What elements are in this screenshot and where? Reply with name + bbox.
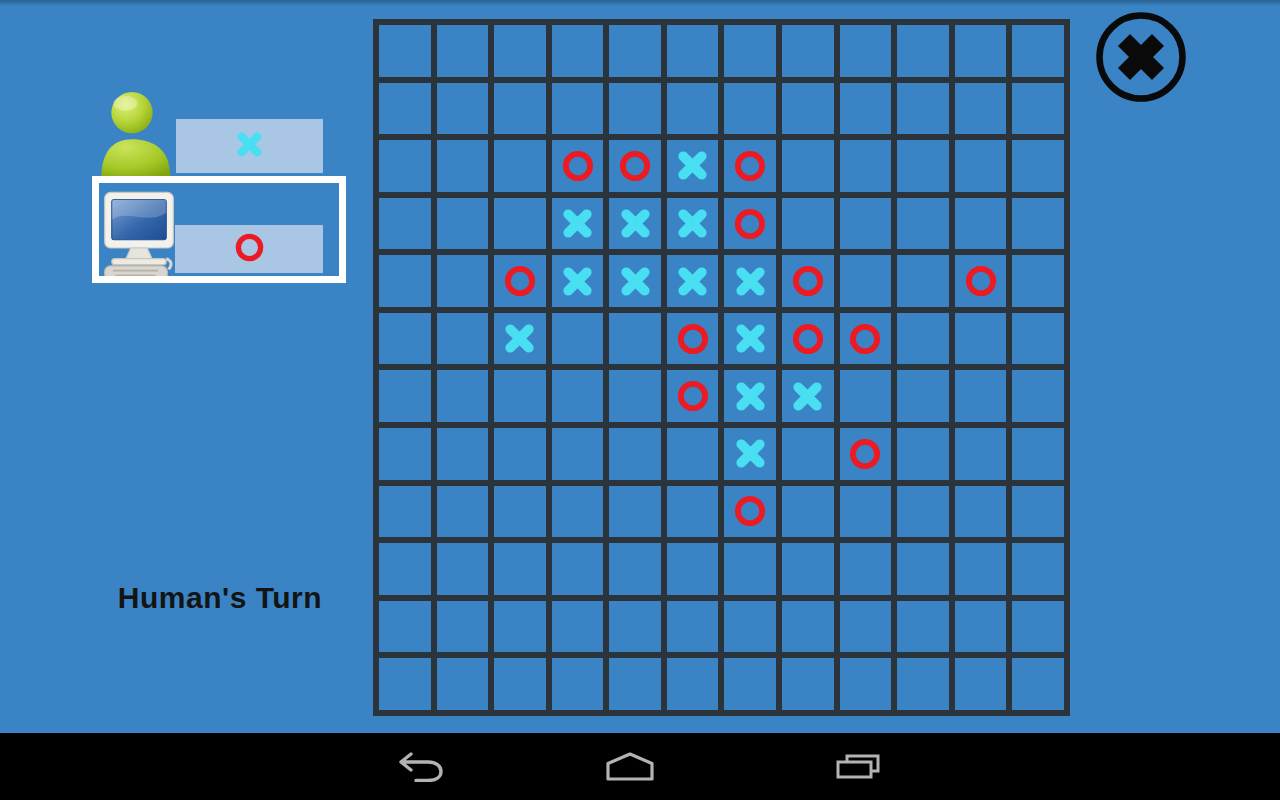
cell-r4c9[interactable] (897, 255, 949, 307)
cell-r11c1[interactable] (437, 658, 489, 710)
x-piece (789, 378, 826, 415)
recents-icon (835, 753, 881, 780)
cell-r4c7[interactable] (782, 255, 834, 307)
cell-r5c5[interactable] (667, 313, 719, 365)
x-piece (732, 263, 769, 300)
cell-r8c7[interactable] (782, 486, 834, 538)
x-piece (674, 147, 711, 184)
cell-r7c2[interactable] (494, 428, 546, 480)
cell-r8c8[interactable] (840, 486, 892, 538)
cell-r0c2[interactable] (494, 25, 546, 77)
cell-r4c3[interactable] (552, 255, 604, 307)
cell-r7c4[interactable] (609, 428, 661, 480)
cell-r4c2[interactable] (494, 255, 546, 307)
computer-player-bar (175, 225, 323, 273)
o-piece (732, 206, 768, 242)
nav-back-button[interactable] (386, 733, 456, 800)
cell-r6c6[interactable] (724, 370, 776, 422)
cell-r7c7[interactable] (782, 428, 834, 480)
cell-r3c7[interactable] (782, 198, 834, 250)
cell-r3c6[interactable] (724, 198, 776, 250)
cell-r1c7[interactable] (782, 83, 834, 135)
cell-r10c11[interactable] (1012, 601, 1064, 653)
cell-r10c4[interactable] (609, 601, 661, 653)
cell-r4c6[interactable] (724, 255, 776, 307)
cell-r8c6[interactable] (724, 486, 776, 538)
cell-r6c5[interactable] (667, 370, 719, 422)
x-piece (559, 263, 596, 300)
cell-r10c0[interactable] (379, 601, 431, 653)
cell-r11c0[interactable] (379, 658, 431, 710)
cell-r10c5[interactable] (667, 601, 719, 653)
cell-r9c6[interactable] (724, 543, 776, 595)
cell-r11c4[interactable] (609, 658, 661, 710)
cell-r6c8[interactable] (840, 370, 892, 422)
cell-r7c0[interactable] (379, 428, 431, 480)
cell-r7c10[interactable] (955, 428, 1007, 480)
cell-r0c3[interactable] (552, 25, 604, 77)
cell-r10c9[interactable] (897, 601, 949, 653)
o-piece (790, 321, 826, 357)
home-icon (605, 752, 655, 781)
x-piece (234, 129, 265, 160)
cell-r10c3[interactable] (552, 601, 604, 653)
o-piece (560, 148, 596, 184)
cell-r4c0[interactable] (379, 255, 431, 307)
cell-r0c6[interactable] (724, 25, 776, 77)
cell-r1c6[interactable] (724, 83, 776, 135)
close-button[interactable] (1094, 10, 1188, 104)
cell-r2c7[interactable] (782, 140, 834, 192)
x-piece (559, 205, 596, 242)
cell-r8c11[interactable] (1012, 486, 1064, 538)
cell-r9c8[interactable] (840, 543, 892, 595)
cell-r5c1[interactable] (437, 313, 489, 365)
cell-r10c7[interactable] (782, 601, 834, 653)
cell-r11c3[interactable] (552, 658, 604, 710)
cell-r7c8[interactable] (840, 428, 892, 480)
cell-r11c6[interactable] (724, 658, 776, 710)
cell-r6c10[interactable] (955, 370, 1007, 422)
cell-r4c10[interactable] (955, 255, 1007, 307)
cell-r9c0[interactable] (379, 543, 431, 595)
cell-r4c4[interactable] (609, 255, 661, 307)
person-icon (96, 90, 176, 178)
cell-r2c10[interactable] (955, 140, 1007, 192)
cell-r6c0[interactable] (379, 370, 431, 422)
cell-r11c7[interactable] (782, 658, 834, 710)
cell-r7c6[interactable] (724, 428, 776, 480)
cell-r5c8[interactable] (840, 313, 892, 365)
cell-r8c5[interactable] (667, 486, 719, 538)
cell-r10c1[interactable] (437, 601, 489, 653)
cell-r11c9[interactable] (897, 658, 949, 710)
cell-r9c2[interactable] (494, 543, 546, 595)
cell-r8c3[interactable] (552, 486, 604, 538)
cell-r9c5[interactable] (667, 543, 719, 595)
cell-r2c11[interactable] (1012, 140, 1064, 192)
cell-r6c9[interactable] (897, 370, 949, 422)
x-piece (732, 320, 769, 357)
x-piece (501, 320, 538, 357)
cell-r9c4[interactable] (609, 543, 661, 595)
cell-r9c10[interactable] (955, 543, 1007, 595)
cell-r3c5[interactable] (667, 198, 719, 250)
o-piece (963, 263, 999, 299)
cell-r1c3[interactable] (552, 83, 604, 135)
cell-r4c11[interactable] (1012, 255, 1064, 307)
cell-r3c4[interactable] (609, 198, 661, 250)
cell-r10c2[interactable] (494, 601, 546, 653)
cell-r3c10[interactable] (955, 198, 1007, 250)
x-piece (674, 205, 711, 242)
o-piece (732, 148, 768, 184)
cell-r2c2[interactable] (494, 140, 546, 192)
cell-r1c9[interactable] (897, 83, 949, 135)
cell-r2c3[interactable] (552, 140, 604, 192)
cell-r5c2[interactable] (494, 313, 546, 365)
cell-r1c0[interactable] (379, 83, 431, 135)
cell-r7c3[interactable] (552, 428, 604, 480)
cell-r0c9[interactable] (897, 25, 949, 77)
computer-icon (100, 190, 178, 280)
cell-r10c6[interactable] (724, 601, 776, 653)
cell-r1c5[interactable] (667, 83, 719, 135)
cell-r11c2[interactable] (494, 658, 546, 710)
nav-recents-button[interactable] (823, 733, 893, 800)
x-piece (732, 435, 769, 472)
x-piece (617, 263, 654, 300)
cell-r4c8[interactable] (840, 255, 892, 307)
o-piece (233, 231, 266, 264)
cell-r1c10[interactable] (955, 83, 1007, 135)
cell-r7c5[interactable] (667, 428, 719, 480)
cell-r8c1[interactable] (437, 486, 489, 538)
cell-r9c1[interactable] (437, 543, 489, 595)
cell-r2c5[interactable] (667, 140, 719, 192)
o-piece (502, 263, 538, 299)
cell-r5c9[interactable] (897, 313, 949, 365)
human-player-bar (176, 119, 323, 173)
cell-r8c2[interactable] (494, 486, 546, 538)
cell-r5c0[interactable] (379, 313, 431, 365)
cell-r8c0[interactable] (379, 486, 431, 538)
x-piece (617, 205, 654, 242)
cell-r8c4[interactable] (609, 486, 661, 538)
cell-r11c11[interactable] (1012, 658, 1064, 710)
cell-r11c10[interactable] (955, 658, 1007, 710)
cell-r5c6[interactable] (724, 313, 776, 365)
cell-r5c3[interactable] (552, 313, 604, 365)
human-symbol (234, 129, 265, 164)
cell-r8c9[interactable] (897, 486, 949, 538)
cell-r2c4[interactable] (609, 140, 661, 192)
cell-r6c11[interactable] (1012, 370, 1064, 422)
o-piece (675, 378, 711, 414)
o-piece (847, 436, 883, 472)
cell-r3c3[interactable] (552, 198, 604, 250)
cell-r0c11[interactable] (1012, 25, 1064, 77)
cell-r6c2[interactable] (494, 370, 546, 422)
cell-r1c11[interactable] (1012, 83, 1064, 135)
cell-r10c10[interactable] (955, 601, 1007, 653)
cell-r3c0[interactable] (379, 198, 431, 250)
cell-r10c8[interactable] (840, 601, 892, 653)
cell-r2c8[interactable] (840, 140, 892, 192)
cell-r5c10[interactable] (955, 313, 1007, 365)
screen-top-shade (0, 0, 1280, 6)
cell-r6c1[interactable] (437, 370, 489, 422)
cell-r3c11[interactable] (1012, 198, 1064, 250)
cell-r2c0[interactable] (379, 140, 431, 192)
computer-symbol (233, 231, 266, 268)
cell-r9c3[interactable] (552, 543, 604, 595)
cell-r9c11[interactable] (1012, 543, 1064, 595)
cell-r0c10[interactable] (955, 25, 1007, 77)
cell-r6c7[interactable] (782, 370, 834, 422)
cell-r7c11[interactable] (1012, 428, 1064, 480)
cell-r6c4[interactable] (609, 370, 661, 422)
cell-r5c7[interactable] (782, 313, 834, 365)
o-piece (790, 263, 826, 299)
o-piece (617, 148, 653, 184)
cell-r2c9[interactable] (897, 140, 949, 192)
cell-r2c1[interactable] (437, 140, 489, 192)
cell-r4c5[interactable] (667, 255, 719, 307)
cell-r11c5[interactable] (667, 658, 719, 710)
cell-r5c4[interactable] (609, 313, 661, 365)
board (373, 19, 1070, 716)
turn-status-label: Human's Turn (70, 581, 370, 615)
cell-r1c8[interactable] (840, 83, 892, 135)
o-piece (732, 493, 768, 529)
back-icon (396, 752, 446, 782)
o-piece (675, 321, 711, 357)
cell-r1c1[interactable] (437, 83, 489, 135)
o-piece (847, 321, 883, 357)
cell-r1c4[interactable] (609, 83, 661, 135)
cell-r3c8[interactable] (840, 198, 892, 250)
x-piece (674, 263, 711, 300)
cell-r0c8[interactable] (840, 25, 892, 77)
nav-home-button[interactable] (595, 733, 665, 800)
cell-r5c11[interactable] (1012, 313, 1064, 365)
cell-r2c6[interactable] (724, 140, 776, 192)
cell-r1c2[interactable] (494, 83, 546, 135)
close-icon (1100, 16, 1183, 99)
cell-r9c9[interactable] (897, 543, 949, 595)
cell-r6c3[interactable] (552, 370, 604, 422)
cell-r7c9[interactable] (897, 428, 949, 480)
cell-r3c9[interactable] (897, 198, 949, 250)
cell-r4c1[interactable] (437, 255, 489, 307)
cell-r7c1[interactable] (437, 428, 489, 480)
x-piece (732, 378, 769, 415)
cell-r11c8[interactable] (840, 658, 892, 710)
android-nav-bar (0, 733, 1280, 800)
cell-r0c0[interactable] (379, 25, 431, 77)
cell-r0c5[interactable] (667, 25, 719, 77)
cell-r3c1[interactable] (437, 198, 489, 250)
cell-r3c2[interactable] (494, 198, 546, 250)
cell-r9c7[interactable] (782, 543, 834, 595)
cell-r0c7[interactable] (782, 25, 834, 77)
cell-r0c1[interactable] (437, 25, 489, 77)
cell-r0c4[interactable] (609, 25, 661, 77)
cell-r8c10[interactable] (955, 486, 1007, 538)
